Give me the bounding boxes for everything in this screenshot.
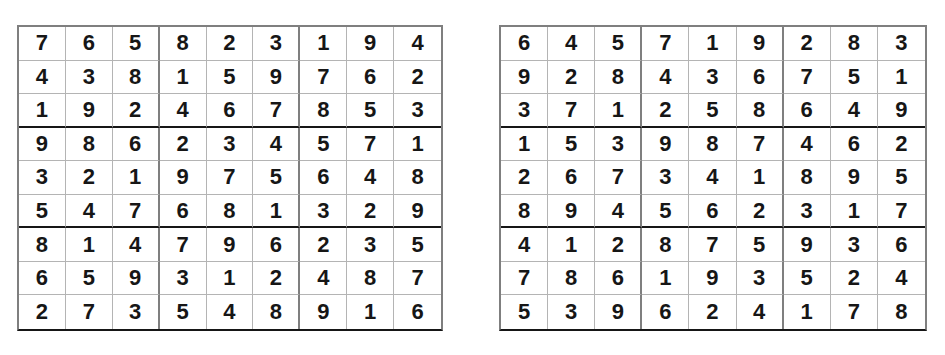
cell-r9c8: 1 (347, 295, 394, 329)
cell-r1c8: 9 (347, 27, 394, 61)
cell-r5c9: 5 (878, 161, 925, 195)
cell-r1c6: 9 (737, 27, 784, 61)
cell-r8c9: 7 (394, 262, 441, 296)
cell-r3c5: 5 (689, 94, 736, 128)
cell-r1c5: 2 (207, 27, 254, 61)
cell-r4c4: 2 (160, 128, 207, 162)
cell-r5c3: 7 (595, 161, 642, 195)
cell-r4c2: 5 (548, 128, 595, 162)
cell-r1c1: 6 (501, 27, 548, 61)
cell-r6c2: 4 (66, 195, 113, 229)
cell-r7c3: 2 (595, 228, 642, 262)
cell-r2c6: 9 (253, 61, 300, 95)
cell-r2c6: 6 (737, 61, 784, 95)
cell-r2c4: 1 (160, 61, 207, 95)
cell-r2c1: 4 (19, 61, 66, 95)
cell-r5c5: 7 (207, 161, 254, 195)
cell-r5c8: 9 (831, 161, 878, 195)
cell-r1c7: 1 (300, 27, 347, 61)
cell-r1c3: 5 (113, 27, 160, 61)
cell-r1c4: 7 (642, 27, 689, 61)
cell-r6c5: 8 (207, 195, 254, 229)
cell-r1c5: 1 (689, 27, 736, 61)
cell-r9c9: 6 (394, 295, 441, 329)
cell-r8c5: 9 (689, 262, 736, 296)
cell-r7c5: 7 (689, 228, 736, 262)
cell-r9c6: 4 (737, 295, 784, 329)
cell-r8c7: 5 (784, 262, 831, 296)
cell-r4c5: 3 (207, 128, 254, 162)
cell-r3c3: 2 (113, 94, 160, 128)
cell-r8c8: 2 (831, 262, 878, 296)
sudoku-board-1: 7658231944381597621924678539862345713219… (17, 25, 443, 331)
cell-r3c8: 5 (347, 94, 394, 128)
cell-r6c8: 1 (831, 195, 878, 229)
cell-r7c3: 4 (113, 228, 160, 262)
cell-r1c9: 4 (394, 27, 441, 61)
cell-r5c2: 6 (548, 161, 595, 195)
cell-r9c7: 9 (300, 295, 347, 329)
cell-r2c1: 9 (501, 61, 548, 95)
cell-r7c7: 2 (300, 228, 347, 262)
cell-r7c8: 3 (347, 228, 394, 262)
cell-r3c2: 9 (66, 94, 113, 128)
cell-r3c1: 1 (19, 94, 66, 128)
cell-r2c2: 2 (548, 61, 595, 95)
cell-r2c3: 8 (595, 61, 642, 95)
cell-r4c8: 6 (831, 128, 878, 162)
cell-r7c4: 7 (160, 228, 207, 262)
cell-r3c6: 7 (253, 94, 300, 128)
cell-r9c7: 1 (784, 295, 831, 329)
cell-r5c7: 6 (300, 161, 347, 195)
cell-r1c2: 6 (66, 27, 113, 61)
cell-r8c2: 8 (548, 262, 595, 296)
cell-r5c8: 4 (347, 161, 394, 195)
sudoku-board-2: 6457192839284367513712586491539874622673… (499, 25, 927, 331)
cell-r8c2: 5 (66, 262, 113, 296)
cell-r8c1: 7 (501, 262, 548, 296)
cell-r4c1: 1 (501, 128, 548, 162)
cell-r6c9: 7 (878, 195, 925, 229)
cell-r4c3: 3 (595, 128, 642, 162)
cell-r3c4: 4 (160, 94, 207, 128)
cell-r3c7: 6 (784, 94, 831, 128)
cell-r2c5: 5 (207, 61, 254, 95)
cell-r9c4: 5 (160, 295, 207, 329)
cell-r7c7: 9 (784, 228, 831, 262)
cell-r4c8: 7 (347, 128, 394, 162)
cell-r7c9: 5 (394, 228, 441, 262)
cell-r7c4: 8 (642, 228, 689, 262)
cell-r4c2: 8 (66, 128, 113, 162)
sudoku-solutions-page: 7658231944381597621924678539862345713219… (0, 0, 945, 355)
cell-r8c6: 3 (737, 262, 784, 296)
cell-r2c8: 6 (347, 61, 394, 95)
cell-r7c9: 6 (878, 228, 925, 262)
cell-r5c6: 5 (253, 161, 300, 195)
cell-r5c1: 3 (19, 161, 66, 195)
cell-r5c5: 4 (689, 161, 736, 195)
cell-r5c9: 8 (394, 161, 441, 195)
cell-r6c6: 2 (737, 195, 784, 229)
cell-r5c6: 1 (737, 161, 784, 195)
cell-r5c7: 8 (784, 161, 831, 195)
cell-r6c5: 6 (689, 195, 736, 229)
cell-r7c1: 8 (19, 228, 66, 262)
cell-r6c8: 2 (347, 195, 394, 229)
cell-r8c4: 3 (160, 262, 207, 296)
cell-r6c1: 5 (19, 195, 66, 229)
cell-r4c7: 5 (300, 128, 347, 162)
cell-r4c3: 6 (113, 128, 160, 162)
cell-r6c3: 7 (113, 195, 160, 229)
cell-r2c5: 3 (689, 61, 736, 95)
cell-r8c3: 6 (595, 262, 642, 296)
cell-r9c5: 4 (207, 295, 254, 329)
cell-r2c7: 7 (300, 61, 347, 95)
cell-r3c9: 3 (394, 94, 441, 128)
cell-r1c7: 2 (784, 27, 831, 61)
cell-r6c4: 6 (160, 195, 207, 229)
cell-r8c5: 1 (207, 262, 254, 296)
cell-r3c4: 2 (642, 94, 689, 128)
cell-r7c6: 6 (253, 228, 300, 262)
cell-r2c9: 2 (394, 61, 441, 95)
cell-r5c2: 2 (66, 161, 113, 195)
cell-r6c7: 3 (784, 195, 831, 229)
cell-r8c4: 1 (642, 262, 689, 296)
cell-r2c4: 4 (642, 61, 689, 95)
cell-r8c3: 9 (113, 262, 160, 296)
cell-r3c5: 6 (207, 94, 254, 128)
cell-r1c3: 5 (595, 27, 642, 61)
cell-r4c5: 8 (689, 128, 736, 162)
cell-r2c2: 3 (66, 61, 113, 95)
cell-r9c4: 6 (642, 295, 689, 329)
cell-r3c2: 7 (548, 94, 595, 128)
cell-r4c7: 4 (784, 128, 831, 162)
cell-r7c1: 4 (501, 228, 548, 262)
cell-r1c8: 8 (831, 27, 878, 61)
cell-r8c1: 6 (19, 262, 66, 296)
cell-r3c7: 8 (300, 94, 347, 128)
cell-r8c6: 2 (253, 262, 300, 296)
cell-r6c3: 4 (595, 195, 642, 229)
cell-r7c8: 3 (831, 228, 878, 262)
cell-r9c8: 7 (831, 295, 878, 329)
cell-r6c1: 8 (501, 195, 548, 229)
cell-r4c4: 9 (642, 128, 689, 162)
cell-r6c2: 9 (548, 195, 595, 229)
cell-r5c3: 1 (113, 161, 160, 195)
cell-r5c1: 2 (501, 161, 548, 195)
cell-r9c1: 2 (19, 295, 66, 329)
cell-r4c9: 1 (394, 128, 441, 162)
cell-r1c2: 4 (548, 27, 595, 61)
cell-r8c8: 8 (347, 262, 394, 296)
cell-r6c4: 5 (642, 195, 689, 229)
cell-r7c2: 1 (66, 228, 113, 262)
cell-r6c6: 1 (253, 195, 300, 229)
cell-r1c9: 3 (878, 27, 925, 61)
cell-r9c1: 5 (501, 295, 548, 329)
cell-r7c6: 5 (737, 228, 784, 262)
cell-r4c1: 9 (19, 128, 66, 162)
cell-r2c3: 8 (113, 61, 160, 95)
cell-r5c4: 3 (642, 161, 689, 195)
cell-r9c3: 9 (595, 295, 642, 329)
cell-r1c1: 7 (19, 27, 66, 61)
cell-r5c4: 9 (160, 161, 207, 195)
cell-r3c3: 1 (595, 94, 642, 128)
cell-r7c2: 1 (548, 228, 595, 262)
cell-r4c6: 4 (253, 128, 300, 162)
cell-r6c7: 3 (300, 195, 347, 229)
cell-r2c7: 7 (784, 61, 831, 95)
cell-r9c9: 8 (878, 295, 925, 329)
cell-r2c8: 5 (831, 61, 878, 95)
cell-r9c6: 8 (253, 295, 300, 329)
cell-r3c1: 3 (501, 94, 548, 128)
cell-r9c5: 2 (689, 295, 736, 329)
cell-r1c4: 8 (160, 27, 207, 61)
cell-r8c9: 4 (878, 262, 925, 296)
cell-r4c9: 2 (878, 128, 925, 162)
cell-r2c9: 1 (878, 61, 925, 95)
cell-r1c6: 3 (253, 27, 300, 61)
cell-r9c3: 3 (113, 295, 160, 329)
cell-r6c9: 9 (394, 195, 441, 229)
cell-r3c6: 8 (737, 94, 784, 128)
cell-r3c8: 4 (831, 94, 878, 128)
cell-r9c2: 7 (66, 295, 113, 329)
cell-r9c2: 3 (548, 295, 595, 329)
cell-r3c9: 9 (878, 94, 925, 128)
cell-r7c5: 9 (207, 228, 254, 262)
cell-r4c6: 7 (737, 128, 784, 162)
cell-r8c7: 4 (300, 262, 347, 296)
